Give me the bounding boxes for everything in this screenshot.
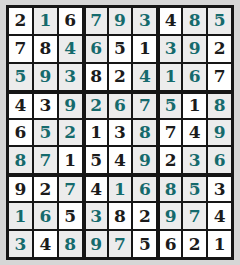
cell-r2c5[interactable]: 5 xyxy=(109,36,132,62)
cell-r7c5[interactable]: 1 xyxy=(109,177,132,201)
cell-r6c7[interactable]: 2 xyxy=(160,147,181,173)
cell-r7c3[interactable]: 7 xyxy=(59,177,82,201)
cell-r4c1[interactable]: 4 xyxy=(9,94,32,118)
cell-r2c1[interactable]: 7 xyxy=(9,36,32,62)
cell-r4c5[interactable]: 6 xyxy=(109,94,132,118)
cell-r4c9[interactable]: 8 xyxy=(208,94,231,118)
cell-r3c6[interactable]: 4 xyxy=(133,64,156,90)
cell-r7c7[interactable]: 8 xyxy=(160,177,181,201)
cell-r9c5[interactable]: 7 xyxy=(109,231,132,257)
cell-r1c7[interactable]: 4 xyxy=(160,8,181,34)
cell-r7c9[interactable]: 3 xyxy=(208,177,231,201)
cell-r8c4[interactable]: 3 xyxy=(86,203,107,229)
cell-r1c1[interactable]: 2 xyxy=(9,8,32,34)
cell-r6c2[interactable]: 7 xyxy=(34,147,57,173)
cell-r7c4[interactable]: 4 xyxy=(86,177,107,201)
cell-r6c9[interactable]: 6 xyxy=(208,147,231,173)
cell-r3c7[interactable]: 1 xyxy=(160,64,181,90)
cell-r4c6[interactable]: 7 xyxy=(133,94,156,118)
cell-r2c6[interactable]: 1 xyxy=(133,36,156,62)
cell-r2c7[interactable]: 3 xyxy=(160,36,181,62)
cell-r1c8[interactable]: 8 xyxy=(183,8,206,34)
cell-r9c1[interactable]: 3 xyxy=(9,231,32,257)
cell-r3c3[interactable]: 3 xyxy=(59,64,82,90)
cell-r5c5[interactable]: 3 xyxy=(109,120,132,146)
cell-r5c8[interactable]: 4 xyxy=(183,120,206,146)
cell-r5c6[interactable]: 8 xyxy=(133,120,156,146)
cell-r4c4[interactable]: 2 xyxy=(86,94,107,118)
cell-r3c9[interactable]: 7 xyxy=(208,64,231,90)
cell-r6c4[interactable]: 5 xyxy=(86,147,107,173)
cell-r8c6[interactable]: 2 xyxy=(133,203,156,229)
cell-r9c3[interactable]: 8 xyxy=(59,231,82,257)
cell-r4c7[interactable]: 5 xyxy=(160,94,181,118)
cell-r3c1[interactable]: 5 xyxy=(9,64,32,90)
cell-r6c8[interactable]: 3 xyxy=(183,147,206,173)
cell-r5c7[interactable]: 7 xyxy=(160,120,181,146)
cell-r5c9[interactable]: 9 xyxy=(208,120,231,146)
cell-r6c5[interactable]: 4 xyxy=(109,147,132,173)
cell-r5c4[interactable]: 1 xyxy=(86,120,107,146)
cell-r7c6[interactable]: 6 xyxy=(133,177,156,201)
cell-r3c8[interactable]: 6 xyxy=(183,64,206,90)
cell-r2c4[interactable]: 6 xyxy=(86,36,107,62)
cell-r5c1[interactable]: 6 xyxy=(9,120,32,146)
cell-r1c3[interactable]: 6 xyxy=(59,8,82,34)
cell-r9c7[interactable]: 6 xyxy=(160,231,181,257)
cell-r1c9[interactable]: 5 xyxy=(208,8,231,34)
cell-r6c1[interactable]: 8 xyxy=(9,147,32,173)
cell-r4c2[interactable]: 3 xyxy=(34,94,57,118)
cell-r1c4[interactable]: 7 xyxy=(86,8,107,34)
cell-r7c1[interactable]: 9 xyxy=(9,177,32,201)
cell-r4c8[interactable]: 1 xyxy=(183,94,206,118)
cell-r8c5[interactable]: 8 xyxy=(109,203,132,229)
cell-r2c8[interactable]: 9 xyxy=(183,36,206,62)
sudoku-board: 2167934857846513925938241674392675186521… xyxy=(6,5,234,260)
cell-r5c2[interactable]: 5 xyxy=(34,120,57,146)
cell-r9c8[interactable]: 2 xyxy=(183,231,206,257)
cell-r9c4[interactable]: 9 xyxy=(86,231,107,257)
cell-r7c8[interactable]: 5 xyxy=(183,177,206,201)
cell-r3c4[interactable]: 8 xyxy=(86,64,107,90)
cell-r9c2[interactable]: 4 xyxy=(34,231,57,257)
cell-r3c2[interactable]: 9 xyxy=(34,64,57,90)
cell-r6c6[interactable]: 9 xyxy=(133,147,156,173)
cell-r8c9[interactable]: 4 xyxy=(208,203,231,229)
cell-r1c2[interactable]: 1 xyxy=(34,8,57,34)
cell-r8c3[interactable]: 5 xyxy=(59,203,82,229)
cell-r2c3[interactable]: 4 xyxy=(59,36,82,62)
cell-r2c9[interactable]: 2 xyxy=(208,36,231,62)
cell-r9c6[interactable]: 5 xyxy=(133,231,156,257)
cell-r7c2[interactable]: 2 xyxy=(34,177,57,201)
cell-r8c2[interactable]: 6 xyxy=(34,203,57,229)
cell-r4c3[interactable]: 9 xyxy=(59,94,82,118)
cell-r8c1[interactable]: 1 xyxy=(9,203,32,229)
cell-r5c3[interactable]: 2 xyxy=(59,120,82,146)
cell-r9c9[interactable]: 1 xyxy=(208,231,231,257)
cell-r8c7[interactable]: 9 xyxy=(160,203,181,229)
cell-r8c8[interactable]: 7 xyxy=(183,203,206,229)
cell-r3c5[interactable]: 2 xyxy=(109,64,132,90)
cell-r6c3[interactable]: 1 xyxy=(59,147,82,173)
cell-r1c5[interactable]: 9 xyxy=(109,8,132,34)
cell-r2c2[interactable]: 8 xyxy=(34,36,57,62)
cell-r1c6[interactable]: 3 xyxy=(133,8,156,34)
